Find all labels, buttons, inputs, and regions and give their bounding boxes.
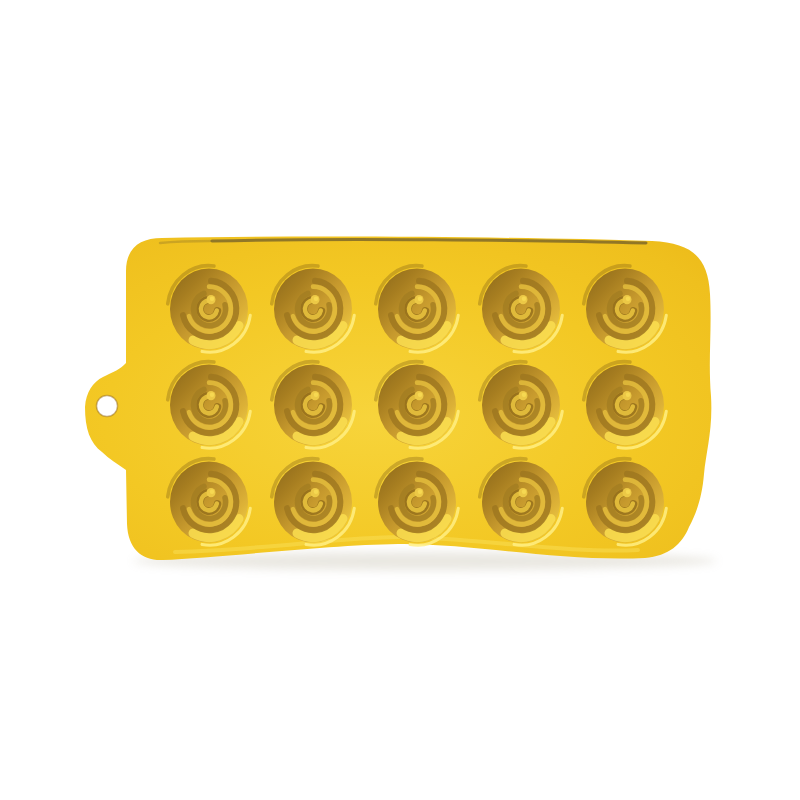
- photo-canvas: [0, 0, 800, 800]
- mold-photo-svg: [0, 0, 800, 800]
- hang-tab: [97, 396, 118, 417]
- cavity-grid: [168, 266, 667, 545]
- mold: [85, 237, 711, 561]
